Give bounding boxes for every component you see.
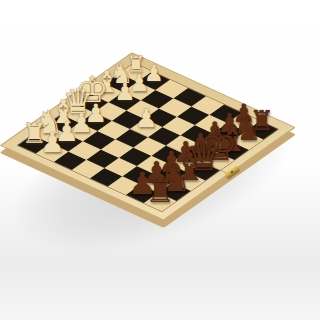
product-photo: ♜♞♝♛♚♝♞♜♟♟♟♟♟♟♟♟♟♟♟♟♟♟♟♟♜♞♝♛♚♝♞♜ bbox=[0, 0, 320, 320]
